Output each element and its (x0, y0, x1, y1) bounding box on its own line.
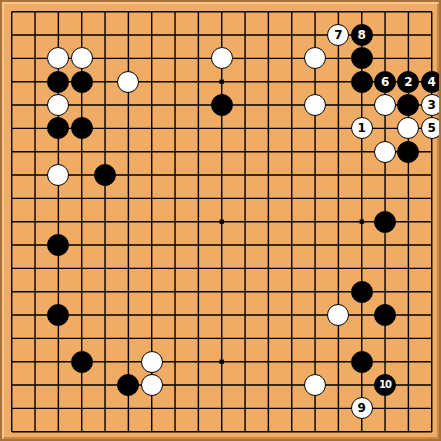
stone-white[interactable] (117, 71, 139, 93)
stone-white-move-3[interactable]: 3 (421, 94, 441, 116)
stone-black[interactable] (71, 71, 93, 93)
stone-black[interactable] (397, 141, 419, 163)
stone-black[interactable] (71, 351, 93, 373)
stone-white[interactable] (141, 374, 163, 396)
stone-white[interactable] (374, 141, 396, 163)
star-point (220, 80, 224, 84)
stone-white-move-1[interactable]: 1 (351, 117, 373, 139)
star-point (220, 220, 224, 224)
move-number: 5 (428, 122, 436, 134)
stone-black[interactable] (211, 94, 233, 116)
move-number: 8 (358, 29, 366, 41)
go-board[interactable]: 12345678910 (0, 0, 441, 441)
move-number: 4 (428, 76, 436, 88)
stone-black[interactable] (94, 164, 116, 186)
stone-black-move-6[interactable]: 6 (374, 71, 396, 93)
stone-black-move-8[interactable]: 8 (351, 24, 373, 46)
move-number: 1 (358, 122, 366, 134)
stone-black[interactable] (351, 47, 373, 69)
stone-white[interactable] (211, 47, 233, 69)
stone-white-move-5[interactable]: 5 (421, 117, 441, 139)
stone-white[interactable] (141, 351, 163, 373)
stone-black[interactable] (351, 71, 373, 93)
stone-black-move-2[interactable]: 2 (397, 71, 419, 93)
stone-white[interactable] (374, 94, 396, 116)
move-number: 3 (428, 99, 436, 111)
stone-black[interactable] (47, 71, 69, 93)
stone-black[interactable] (351, 351, 373, 373)
stone-white[interactable] (304, 94, 326, 116)
star-point (220, 360, 224, 364)
stone-black-move-4[interactable]: 4 (421, 71, 441, 93)
stone-black[interactable] (374, 211, 396, 233)
stone-white-move-9[interactable]: 9 (351, 397, 373, 419)
stone-black[interactable] (71, 117, 93, 139)
move-number: 9 (358, 402, 366, 414)
star-point (360, 220, 364, 224)
move-number: 10 (379, 380, 391, 390)
move-number: 2 (404, 76, 412, 88)
stone-black[interactable] (351, 281, 373, 303)
stone-white[interactable] (71, 47, 93, 69)
move-number: 6 (381, 76, 389, 88)
move-number: 7 (334, 29, 342, 41)
